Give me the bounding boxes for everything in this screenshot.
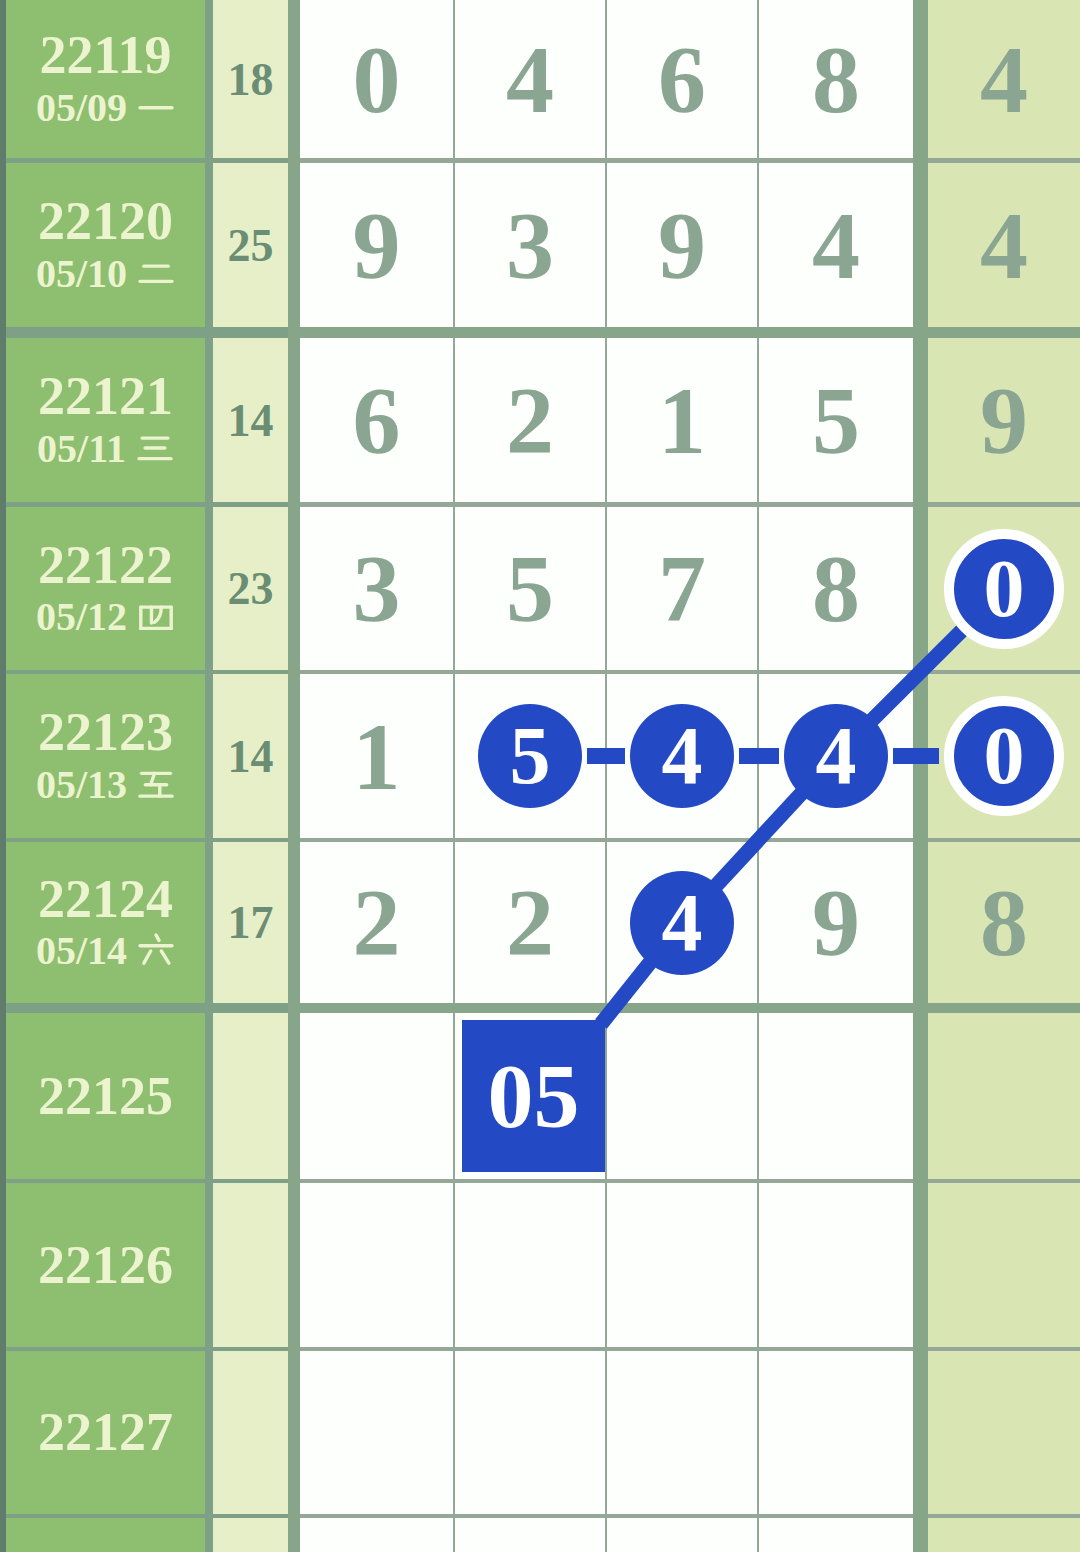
circled-number: 5: [478, 704, 582, 808]
prediction-square-label: 05: [488, 1043, 580, 1149]
trend-chart-board: 2211905/0918046842212005/102593944221210…: [0, 0, 1080, 1552]
circled-number: 4: [630, 871, 734, 975]
prediction-square: 05: [462, 1020, 605, 1172]
circled-number-ringed: 0: [944, 529, 1064, 649]
circled-number: 4: [630, 704, 734, 808]
circled-number: 4: [784, 704, 888, 808]
circled-number-ringed: 0: [944, 696, 1064, 816]
